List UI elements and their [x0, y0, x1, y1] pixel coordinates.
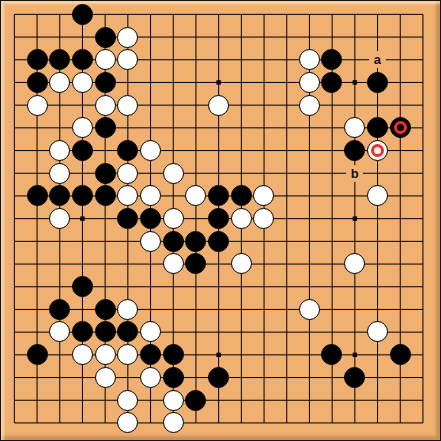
intersection[interactable]: [389, 26, 412, 49]
intersection: [94, 321, 117, 344]
intersection[interactable]: [253, 321, 276, 344]
intersection[interactable]: [343, 71, 366, 94]
intersection[interactable]: [3, 366, 26, 389]
intersection[interactable]: [71, 389, 94, 412]
intersection[interactable]: [366, 162, 389, 185]
intersection[interactable]: [389, 411, 412, 434]
intersection: [48, 298, 71, 321]
black-stone: [208, 208, 229, 229]
intersection[interactable]: [48, 253, 71, 276]
intersection[interactable]: [185, 162, 208, 185]
intersection[interactable]: [3, 94, 26, 117]
intersection[interactable]: [230, 139, 253, 162]
intersection[interactable]: [162, 116, 185, 139]
intersection[interactable]: [94, 389, 117, 412]
intersection[interactable]: [343, 3, 366, 26]
intersection[interactable]: [94, 411, 117, 434]
intersection[interactable]: [48, 343, 71, 366]
intersection[interactable]: [275, 116, 298, 139]
intersection[interactable]: [411, 48, 434, 71]
intersection[interactable]: [116, 275, 139, 298]
intersection[interactable]: [185, 207, 208, 230]
white-stone: [72, 344, 93, 365]
intersection[interactable]: [139, 3, 162, 26]
intersection[interactable]: [389, 162, 412, 185]
black-stone: [95, 321, 116, 342]
intersection[interactable]: [207, 298, 230, 321]
intersection[interactable]: [26, 207, 49, 230]
intersection[interactable]: [3, 207, 26, 230]
white-stone: [367, 185, 388, 206]
intersection[interactable]: [207, 139, 230, 162]
intersection[interactable]: [139, 275, 162, 298]
black-stone: [72, 140, 93, 161]
intersection[interactable]: [3, 275, 26, 298]
intersection[interactable]: [230, 275, 253, 298]
intersection[interactable]: [389, 71, 412, 94]
intersection[interactable]: [366, 253, 389, 276]
intersection[interactable]: [3, 321, 26, 344]
intersection[interactable]: [298, 275, 321, 298]
intersection[interactable]: [298, 207, 321, 230]
intersection[interactable]: [139, 26, 162, 49]
intersection[interactable]: [321, 230, 344, 253]
intersection[interactable]: [253, 48, 276, 71]
intersection: [162, 207, 185, 230]
intersection[interactable]: [411, 207, 434, 230]
intersection[interactable]: [275, 185, 298, 208]
intersection[interactable]: [71, 366, 94, 389]
intersection[interactable]: [185, 3, 208, 26]
intersection[interactable]: [116, 116, 139, 139]
intersection: [71, 48, 94, 71]
intersection[interactable]: [207, 26, 230, 49]
intersection[interactable]: [230, 162, 253, 185]
intersection[interactable]: [411, 389, 434, 412]
intersection[interactable]: [275, 343, 298, 366]
intersection[interactable]: [26, 366, 49, 389]
intersection[interactable]: [321, 298, 344, 321]
intersection[interactable]: [253, 3, 276, 26]
intersection: [298, 94, 321, 117]
go-diagram: ab: [0, 0, 441, 441]
intersection[interactable]: [207, 343, 230, 366]
intersection[interactable]: [389, 275, 412, 298]
intersection[interactable]: [230, 298, 253, 321]
intersection[interactable]: [275, 298, 298, 321]
intersection[interactable]: [162, 3, 185, 26]
intersection[interactable]: [253, 298, 276, 321]
intersection[interactable]: [71, 253, 94, 276]
intersection[interactable]: [275, 389, 298, 412]
intersection[interactable]: [71, 162, 94, 185]
intersection[interactable]: [411, 139, 434, 162]
intersection[interactable]: [230, 411, 253, 434]
intersection[interactable]: [411, 162, 434, 185]
intersection[interactable]: [389, 230, 412, 253]
intersection[interactable]: [389, 207, 412, 230]
intersection[interactable]: [275, 411, 298, 434]
intersection[interactable]: [275, 253, 298, 276]
intersection[interactable]: [389, 94, 412, 117]
intersection[interactable]: [298, 230, 321, 253]
black-stone: [321, 49, 342, 70]
white-stone: [95, 344, 116, 365]
intersection[interactable]: [48, 366, 71, 389]
intersection[interactable]: [321, 26, 344, 49]
intersection[interactable]: [411, 343, 434, 366]
intersection[interactable]: [26, 3, 49, 26]
intersection[interactable]: [366, 343, 389, 366]
intersection[interactable]: [389, 366, 412, 389]
intersection[interactable]: [116, 71, 139, 94]
intersection[interactable]: [116, 3, 139, 26]
white-stone: [163, 163, 184, 184]
intersection[interactable]: [253, 139, 276, 162]
intersection[interactable]: [275, 275, 298, 298]
intersection[interactable]: [3, 3, 26, 26]
intersection[interactable]: [230, 366, 253, 389]
intersection[interactable]: [230, 343, 253, 366]
intersection[interactable]: a: [366, 48, 389, 71]
intersection[interactable]: [298, 185, 321, 208]
intersection[interactable]: [253, 275, 276, 298]
intersection[interactable]: [275, 48, 298, 71]
intersection[interactable]: [3, 26, 26, 49]
intersection[interactable]: [48, 94, 71, 117]
intersection: [139, 343, 162, 366]
intersection[interactable]: [321, 411, 344, 434]
intersection[interactable]: [275, 230, 298, 253]
intersection[interactable]: [3, 343, 26, 366]
intersection[interactable]: [230, 48, 253, 71]
intersection[interactable]: [321, 275, 344, 298]
intersection[interactable]: [94, 139, 117, 162]
intersection[interactable]: [26, 139, 49, 162]
intersection[interactable]: [275, 321, 298, 344]
intersection[interactable]: [139, 411, 162, 434]
intersection[interactable]: [343, 321, 366, 344]
intersection[interactable]: [366, 230, 389, 253]
intersection[interactable]: [207, 389, 230, 412]
intersection: [71, 71, 94, 94]
intersection[interactable]: [411, 230, 434, 253]
intersection[interactable]: [389, 321, 412, 344]
intersection[interactable]: [162, 48, 185, 71]
intersection[interactable]: [3, 48, 26, 71]
intersection[interactable]: [253, 26, 276, 49]
intersection[interactable]: [321, 207, 344, 230]
intersection[interactable]: [230, 116, 253, 139]
intersection[interactable]: [411, 366, 434, 389]
intersection[interactable]: [139, 298, 162, 321]
intersection[interactable]: [185, 48, 208, 71]
intersection[interactable]: [185, 116, 208, 139]
intersection[interactable]: [275, 94, 298, 117]
intersection[interactable]: [207, 116, 230, 139]
intersection[interactable]: [298, 116, 321, 139]
intersection[interactable]: [343, 26, 366, 49]
intersection: [94, 48, 117, 71]
intersection[interactable]: [71, 207, 94, 230]
white-stone: [299, 49, 320, 70]
intersection[interactable]: [162, 275, 185, 298]
intersection[interactable]: [116, 366, 139, 389]
intersection[interactable]: [162, 71, 185, 94]
intersection[interactable]: [3, 411, 26, 434]
intersection[interactable]: [389, 253, 412, 276]
intersection[interactable]: [321, 389, 344, 412]
intersection[interactable]: [71, 411, 94, 434]
intersection[interactable]: [298, 26, 321, 49]
intersection[interactable]: [94, 275, 117, 298]
intersection: [94, 343, 117, 366]
intersection[interactable]: [139, 71, 162, 94]
intersection[interactable]: [48, 3, 71, 26]
intersection[interactable]: [207, 321, 230, 344]
intersection[interactable]: [389, 185, 412, 208]
intersection[interactable]: [162, 185, 185, 208]
black-stone: [163, 344, 184, 365]
intersection[interactable]: [389, 3, 412, 26]
intersection[interactable]: [253, 389, 276, 412]
intersection[interactable]: [48, 230, 71, 253]
intersection[interactable]: [343, 343, 366, 366]
intersection[interactable]: [321, 3, 344, 26]
intersection[interactable]: [366, 298, 389, 321]
intersection[interactable]: [321, 116, 344, 139]
intersection[interactable]: [3, 162, 26, 185]
intersection[interactable]: [185, 275, 208, 298]
intersection[interactable]: [343, 298, 366, 321]
intersection[interactable]: [253, 411, 276, 434]
intersection[interactable]: [3, 298, 26, 321]
intersection[interactable]: [94, 230, 117, 253]
intersection[interactable]: [162, 321, 185, 344]
intersection[interactable]: [389, 389, 412, 412]
black-stone: [185, 253, 206, 274]
intersection[interactable]: [3, 389, 26, 412]
intersection[interactable]: [253, 343, 276, 366]
intersection[interactable]: [230, 71, 253, 94]
intersection[interactable]: [298, 343, 321, 366]
intersection[interactable]: [26, 321, 49, 344]
intersection[interactable]: [71, 298, 94, 321]
intersection[interactable]: [116, 230, 139, 253]
intersection: [48, 185, 71, 208]
intersection[interactable]: [411, 275, 434, 298]
intersection[interactable]: [343, 389, 366, 412]
intersection[interactable]: [411, 71, 434, 94]
intersection[interactable]: [298, 3, 321, 26]
intersection[interactable]: [366, 411, 389, 434]
intersection[interactable]: [411, 298, 434, 321]
intersection[interactable]: [207, 48, 230, 71]
intersection[interactable]: [275, 207, 298, 230]
intersection[interactable]: [3, 71, 26, 94]
intersection[interactable]: [71, 26, 94, 49]
intersection: [26, 185, 49, 208]
intersection[interactable]: [94, 207, 117, 230]
intersection[interactable]: [275, 3, 298, 26]
intersection[interactable]: [389, 48, 412, 71]
intersection[interactable]: [343, 411, 366, 434]
intersection[interactable]: [253, 366, 276, 389]
intersection[interactable]: [298, 366, 321, 389]
intersection[interactable]: [389, 298, 412, 321]
intersection[interactable]: [3, 116, 26, 139]
intersection[interactable]: [71, 94, 94, 117]
intersection[interactable]: [411, 26, 434, 49]
intersection[interactable]: [26, 162, 49, 185]
intersection[interactable]: [411, 253, 434, 276]
intersection[interactable]: [185, 71, 208, 94]
intersection: [139, 207, 162, 230]
intersection[interactable]: [185, 411, 208, 434]
intersection[interactable]: [48, 411, 71, 434]
intersection[interactable]: [162, 94, 185, 117]
intersection[interactable]: [275, 139, 298, 162]
intersection[interactable]: [94, 3, 117, 26]
intersection[interactable]: [185, 366, 208, 389]
intersection[interactable]: [411, 185, 434, 208]
intersection[interactable]: [185, 94, 208, 117]
intersection[interactable]: [321, 139, 344, 162]
intersection[interactable]: [230, 26, 253, 49]
intersection[interactable]: [298, 162, 321, 185]
intersection[interactable]: [343, 275, 366, 298]
intersection[interactable]: [343, 94, 366, 117]
intersection[interactable]: [26, 298, 49, 321]
intersection[interactable]: [207, 71, 230, 94]
intersection[interactable]: [26, 411, 49, 434]
white-stone: [163, 390, 184, 411]
intersection[interactable]: [411, 411, 434, 434]
intersection[interactable]: [366, 3, 389, 26]
intersection[interactable]: [343, 48, 366, 71]
intersection[interactable]: [366, 207, 389, 230]
intersection[interactable]: [26, 253, 49, 276]
intersection[interactable]: [207, 411, 230, 434]
white-stone: [163, 208, 184, 229]
intersection[interactable]: [26, 389, 49, 412]
intersection[interactable]: [207, 275, 230, 298]
intersection[interactable]: [139, 389, 162, 412]
intersection[interactable]: [26, 230, 49, 253]
intersection[interactable]: [185, 321, 208, 344]
intersection[interactable]: [139, 48, 162, 71]
intersection: [48, 321, 71, 344]
intersection[interactable]: [230, 94, 253, 117]
intersection[interactable]: [366, 26, 389, 49]
intersection[interactable]: [71, 230, 94, 253]
intersection[interactable]: [411, 321, 434, 344]
intersection[interactable]: [321, 366, 344, 389]
intersection[interactable]: [343, 185, 366, 208]
intersection[interactable]: [230, 3, 253, 26]
intersection[interactable]: [48, 275, 71, 298]
intersection[interactable]: [139, 94, 162, 117]
intersection[interactable]: [94, 253, 117, 276]
intersection: [185, 389, 208, 412]
intersection[interactable]: [116, 253, 139, 276]
intersection[interactable]: [162, 139, 185, 162]
intersection[interactable]: [411, 116, 434, 139]
intersection[interactable]: [162, 298, 185, 321]
intersection[interactable]: [366, 366, 389, 389]
black-stone: [95, 117, 116, 138]
intersection[interactable]: [298, 139, 321, 162]
intersection[interactable]: [366, 389, 389, 412]
intersection[interactable]: [343, 230, 366, 253]
intersection[interactable]: [207, 253, 230, 276]
intersection[interactable]: [321, 185, 344, 208]
intersection[interactable]: [411, 94, 434, 117]
intersection[interactable]: [139, 162, 162, 185]
intersection[interactable]: [48, 389, 71, 412]
intersection[interactable]: [48, 116, 71, 139]
intersection[interactable]: [253, 116, 276, 139]
intersection[interactable]: [48, 26, 71, 49]
intersection[interactable]: [3, 139, 26, 162]
intersection[interactable]: [207, 3, 230, 26]
intersection[interactable]: [275, 71, 298, 94]
intersection: [48, 207, 71, 230]
intersection[interactable]: [366, 94, 389, 117]
intersection[interactable]: [253, 94, 276, 117]
intersection[interactable]: [26, 26, 49, 49]
intersection: [207, 185, 230, 208]
intersection[interactable]: [411, 3, 434, 26]
intersection[interactable]: [275, 26, 298, 49]
intersection[interactable]: [230, 321, 253, 344]
intersection[interactable]: [366, 275, 389, 298]
intersection[interactable]: b: [343, 162, 366, 185]
intersection[interactable]: [3, 185, 26, 208]
intersection[interactable]: [275, 366, 298, 389]
intersection[interactable]: [230, 389, 253, 412]
intersection[interactable]: [275, 162, 298, 185]
intersection[interactable]: [3, 253, 26, 276]
intersection[interactable]: [26, 275, 49, 298]
intersection[interactable]: [321, 94, 344, 117]
intersection[interactable]: [253, 162, 276, 185]
intersection[interactable]: [321, 253, 344, 276]
intersection[interactable]: [185, 343, 208, 366]
intersection[interactable]: [298, 321, 321, 344]
intersection[interactable]: [230, 230, 253, 253]
intersection[interactable]: [185, 139, 208, 162]
intersection[interactable]: [321, 162, 344, 185]
intersection[interactable]: [253, 71, 276, 94]
intersection[interactable]: [162, 26, 185, 49]
intersection[interactable]: [298, 389, 321, 412]
intersection[interactable]: [139, 253, 162, 276]
intersection[interactable]: [185, 26, 208, 49]
intersection[interactable]: [26, 116, 49, 139]
intersection[interactable]: [298, 411, 321, 434]
intersection[interactable]: [253, 230, 276, 253]
intersection[interactable]: [139, 116, 162, 139]
intersection[interactable]: [343, 207, 366, 230]
intersection[interactable]: [185, 298, 208, 321]
intersection[interactable]: [321, 321, 344, 344]
intersection[interactable]: [389, 139, 412, 162]
intersection[interactable]: [207, 162, 230, 185]
intersection[interactable]: [253, 253, 276, 276]
intersection[interactable]: [3, 230, 26, 253]
intersection[interactable]: [298, 253, 321, 276]
